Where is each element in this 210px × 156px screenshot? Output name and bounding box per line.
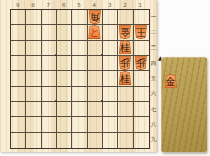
board-cell[interactable] — [11, 71, 26, 86]
shogi-piece-face: 王 — [134, 26, 146, 39]
board-cell[interactable] — [118, 133, 133, 148]
board-cell[interactable] — [42, 71, 57, 86]
shogi-piece-kanji: 桂 — [120, 43, 130, 53]
board-cell[interactable] — [26, 133, 41, 148]
shogi-piece[interactable]: と — [88, 25, 102, 39]
board-cell[interactable] — [72, 102, 87, 117]
board-cell[interactable] — [103, 71, 118, 86]
board-cell[interactable] — [103, 87, 118, 102]
shogi-piece-kanji: 金 — [166, 77, 176, 87]
shogi-board-panel: 987654321 一二三四五六七八九 角と金王桂歩歩桂 — [0, 0, 157, 152]
file-label: 6 — [56, 1, 71, 9]
board-cell[interactable] — [57, 71, 72, 86]
rank-label: 七 — [149, 106, 158, 113]
rank-label: 八 — [149, 121, 158, 128]
board-cell[interactable] — [88, 56, 103, 71]
shogi-piece-face: 桂 — [119, 72, 131, 85]
board-cell[interactable] — [26, 71, 41, 86]
board-cell[interactable] — [57, 10, 72, 25]
shogi-piece-kanji: 金 — [120, 26, 130, 36]
board-cell[interactable] — [72, 10, 87, 25]
board-cell[interactable] — [88, 133, 103, 148]
rank-label: 二 — [149, 29, 158, 36]
board-cell[interactable] — [103, 133, 118, 148]
board-cell[interactable] — [118, 87, 133, 102]
board-cell[interactable] — [42, 56, 57, 71]
board-cell[interactable] — [11, 25, 26, 40]
board-cell[interactable] — [72, 133, 87, 148]
board-cell[interactable] — [57, 41, 72, 56]
file-label: 1 — [133, 1, 148, 9]
file-label: 7 — [41, 1, 56, 9]
shogi-diagram: 987654321 一二三四五六七八九 角と金王桂歩歩桂 ▲ 金 — [0, 0, 210, 156]
board-cell[interactable] — [103, 41, 118, 56]
shogi-piece[interactable]: 桂 — [118, 40, 132, 54]
board-cell[interactable] — [134, 71, 149, 86]
board-cell[interactable] — [103, 25, 118, 40]
rank-label: 三 — [149, 44, 158, 51]
board-cell[interactable] — [57, 102, 72, 117]
rank-label: 九 — [149, 136, 158, 143]
board-cell[interactable] — [72, 56, 87, 71]
board-cell[interactable] — [26, 10, 41, 25]
board-cell[interactable] — [42, 25, 57, 40]
board-cell[interactable] — [57, 117, 72, 132]
board-cell[interactable] — [88, 117, 103, 132]
board-cell[interactable] — [134, 117, 149, 132]
shogi-piece-kanji: 歩 — [120, 57, 130, 67]
file-label: 5 — [71, 1, 86, 9]
board-cell[interactable] — [26, 41, 41, 56]
board-cell[interactable] — [57, 25, 72, 40]
shogi-piece-face: と — [88, 26, 100, 39]
file-label: 3 — [102, 1, 117, 9]
board-cell[interactable] — [57, 87, 72, 102]
board-cell[interactable] — [134, 10, 149, 25]
board-cell[interactable] — [134, 87, 149, 102]
board-cell[interactable] — [57, 133, 72, 148]
shogi-piece-face: 歩 — [134, 56, 146, 69]
board-cell[interactable] — [42, 117, 57, 132]
rank-label: 一 — [149, 14, 158, 21]
board-cell[interactable] — [42, 133, 57, 148]
board-cell[interactable] — [11, 10, 26, 25]
shogi-piece[interactable]: 金 — [164, 74, 178, 88]
board-cell[interactable] — [134, 102, 149, 117]
board-cell[interactable] — [103, 10, 118, 25]
board-cell[interactable] — [72, 25, 87, 40]
board-cell[interactable] — [26, 87, 41, 102]
board-cell[interactable] — [42, 10, 57, 25]
board-cell[interactable] — [118, 102, 133, 117]
file-label: 8 — [25, 1, 40, 9]
board-cell[interactable] — [11, 56, 26, 71]
board-cell[interactable] — [11, 87, 26, 102]
komadai-piece-stand: 金 — [161, 57, 207, 152]
board-cell[interactable] — [26, 102, 41, 117]
board-cell[interactable] — [134, 133, 149, 148]
board-cell[interactable] — [72, 41, 87, 56]
shogi-piece-face: 金 — [165, 75, 177, 88]
shogi-piece-face: 金 — [119, 26, 131, 39]
board-cell[interactable] — [72, 117, 87, 132]
board-cell[interactable] — [42, 102, 57, 117]
shogi-piece-kanji: 王 — [135, 26, 145, 36]
shogi-piece-kanji: 桂 — [120, 74, 130, 84]
shogi-piece-face: 桂 — [119, 41, 131, 54]
shogi-piece-kanji: 角 — [89, 11, 99, 21]
board-cell[interactable] — [72, 71, 87, 86]
board-cell[interactable] — [11, 133, 26, 148]
board-cell[interactable] — [103, 102, 118, 117]
board-cell[interactable] — [72, 87, 87, 102]
board-cell[interactable] — [11, 102, 26, 117]
file-label: 4 — [87, 1, 102, 9]
rank-label: 五 — [149, 75, 158, 82]
board-cell[interactable] — [88, 71, 103, 86]
board-cell[interactable] — [118, 10, 133, 25]
board-cell[interactable] — [88, 102, 103, 117]
rank-label: 四 — [149, 60, 158, 67]
shogi-piece-face: 歩 — [119, 56, 131, 69]
shogi-piece[interactable]: 桂 — [118, 71, 132, 85]
board-cell[interactable] — [26, 56, 41, 71]
board-cell[interactable] — [26, 25, 41, 40]
board-cell[interactable] — [134, 41, 149, 56]
shogi-piece-kanji: 歩 — [135, 57, 145, 67]
shogi-piece-face: 角 — [88, 10, 100, 23]
file-label: 9 — [10, 1, 25, 9]
file-label: 2 — [117, 1, 132, 9]
board-cell[interactable] — [118, 117, 133, 132]
shogi-piece-kanji: と — [89, 28, 99, 38]
board-cell[interactable] — [103, 117, 118, 132]
board-cell[interactable] — [11, 41, 26, 56]
board-cell[interactable] — [103, 56, 118, 71]
board-cell[interactable] — [57, 56, 72, 71]
board-cell[interactable] — [26, 117, 41, 132]
board-cell[interactable] — [11, 117, 26, 132]
rank-label: 六 — [149, 90, 158, 97]
